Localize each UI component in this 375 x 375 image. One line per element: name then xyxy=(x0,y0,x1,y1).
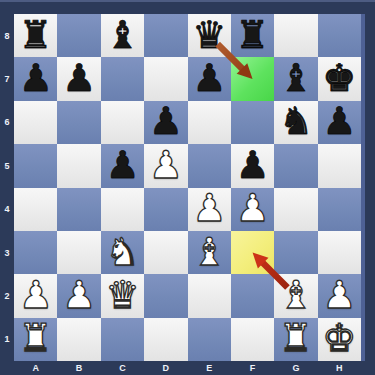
square-f2[interactable] xyxy=(231,274,274,317)
piece-white-pawn[interactable]: ♟ xyxy=(322,276,356,314)
square-f8[interactable]: ♜ xyxy=(231,14,274,57)
square-c1[interactable] xyxy=(101,318,144,361)
piece-white-queen[interactable]: ♛ xyxy=(105,276,139,314)
square-g3[interactable] xyxy=(274,231,317,274)
square-e6[interactable] xyxy=(188,101,231,144)
rank-label-6: 6 xyxy=(0,101,14,144)
square-f4[interactable]: ♟ xyxy=(231,188,274,231)
square-h3[interactable] xyxy=(318,231,361,274)
piece-white-pawn[interactable]: ♟ xyxy=(19,276,53,314)
square-e7[interactable]: ♟ xyxy=(188,57,231,100)
square-e1[interactable] xyxy=(188,318,231,361)
piece-white-knight[interactable]: ♞ xyxy=(105,233,139,271)
square-c2[interactable]: ♛ xyxy=(101,274,144,317)
square-c4[interactable] xyxy=(101,188,144,231)
piece-black-pawn[interactable]: ♟ xyxy=(149,102,183,140)
square-d4[interactable] xyxy=(144,188,187,231)
rank-label-5: 5 xyxy=(0,144,14,187)
square-c7[interactable] xyxy=(101,57,144,100)
square-h8[interactable] xyxy=(318,14,361,57)
square-a8[interactable]: ♜ xyxy=(14,14,57,57)
piece-black-king[interactable]: ♚ xyxy=(322,59,356,97)
file-label-e: E xyxy=(188,361,231,375)
frame-right-bevel xyxy=(361,14,365,361)
square-d2[interactable] xyxy=(144,274,187,317)
square-a4[interactable] xyxy=(14,188,57,231)
square-e5[interactable] xyxy=(188,144,231,187)
rank-label-2: 2 xyxy=(0,274,14,317)
square-e4[interactable]: ♟ xyxy=(188,188,231,231)
file-label-h: H xyxy=(318,361,361,375)
square-h5[interactable] xyxy=(318,144,361,187)
piece-white-pawn[interactable]: ♟ xyxy=(236,189,270,227)
piece-white-pawn[interactable]: ♟ xyxy=(192,189,226,227)
square-e8[interactable]: ♛ xyxy=(188,14,231,57)
square-g4[interactable] xyxy=(274,188,317,231)
square-g7[interactable]: ♝ xyxy=(274,57,317,100)
square-b2[interactable]: ♟ xyxy=(57,274,100,317)
square-g5[interactable] xyxy=(274,144,317,187)
square-c6[interactable] xyxy=(101,101,144,144)
square-b6[interactable] xyxy=(57,101,100,144)
square-a1[interactable]: ♜ xyxy=(14,318,57,361)
piece-black-pawn[interactable]: ♟ xyxy=(236,146,270,184)
square-b8[interactable] xyxy=(57,14,100,57)
square-a2[interactable]: ♟ xyxy=(14,274,57,317)
square-h1[interactable]: ♚ xyxy=(318,318,361,361)
piece-white-pawn[interactable]: ♟ xyxy=(149,146,183,184)
square-c8[interactable]: ♝ xyxy=(101,14,144,57)
piece-white-rook[interactable]: ♜ xyxy=(19,319,53,357)
square-c5[interactable]: ♟ xyxy=(101,144,144,187)
square-d3[interactable] xyxy=(144,231,187,274)
square-d6[interactable]: ♟ xyxy=(144,101,187,144)
piece-black-pawn[interactable]: ♟ xyxy=(105,146,139,184)
square-e2[interactable] xyxy=(188,274,231,317)
piece-black-pawn[interactable]: ♟ xyxy=(192,59,226,97)
square-h2[interactable]: ♟ xyxy=(318,274,361,317)
file-label-d: D xyxy=(144,361,187,375)
square-d7[interactable] xyxy=(144,57,187,100)
square-b5[interactable] xyxy=(57,144,100,187)
square-g8[interactable] xyxy=(274,14,317,57)
square-a7[interactable]: ♟ xyxy=(14,57,57,100)
rank-label-8: 8 xyxy=(0,14,14,57)
file-label-c: C xyxy=(101,361,144,375)
square-f7[interactable] xyxy=(231,57,274,100)
piece-black-queen[interactable]: ♛ xyxy=(192,16,226,54)
piece-black-pawn[interactable]: ♟ xyxy=(62,59,96,97)
piece-black-rook[interactable]: ♜ xyxy=(19,16,53,54)
piece-white-pawn[interactable]: ♟ xyxy=(62,276,96,314)
rank-label-7: 7 xyxy=(0,57,14,100)
square-b3[interactable] xyxy=(57,231,100,274)
square-h7[interactable]: ♚ xyxy=(318,57,361,100)
square-b4[interactable] xyxy=(57,188,100,231)
square-a3[interactable] xyxy=(14,231,57,274)
square-a5[interactable] xyxy=(14,144,57,187)
square-h4[interactable] xyxy=(318,188,361,231)
rank-labels: 87654321 xyxy=(0,14,14,361)
square-e3[interactable]: ♝ xyxy=(188,231,231,274)
square-d8[interactable] xyxy=(144,14,187,57)
piece-black-rook[interactable]: ♜ xyxy=(236,16,270,54)
file-labels: ABCDEFGH xyxy=(14,361,361,375)
rank-label-3: 3 xyxy=(0,231,14,274)
square-f5[interactable]: ♟ xyxy=(231,144,274,187)
square-f6[interactable] xyxy=(231,101,274,144)
chess-analysis-screenshot: ♜♝♛♜♟♟♟♝♚♟♞♟♟♟♟♟♟♞♝♟♟♛♝♟♜♜♚ 87654321 ABC… xyxy=(0,0,375,375)
square-f3[interactable] xyxy=(231,231,274,274)
square-d5[interactable]: ♟ xyxy=(144,144,187,187)
piece-white-king[interactable]: ♚ xyxy=(322,319,356,357)
square-g2[interactable]: ♝ xyxy=(274,274,317,317)
square-h6[interactable]: ♟ xyxy=(318,101,361,144)
frame-top-highlight-line xyxy=(0,0,375,2)
square-d1[interactable] xyxy=(144,318,187,361)
file-label-b: B xyxy=(57,361,100,375)
piece-white-rook[interactable]: ♜ xyxy=(279,319,313,357)
rank-label-1: 1 xyxy=(0,318,14,361)
piece-black-bishop[interactable]: ♝ xyxy=(105,16,139,54)
square-c3[interactable]: ♞ xyxy=(101,231,144,274)
square-b1[interactable] xyxy=(57,318,100,361)
piece-black-pawn[interactable]: ♟ xyxy=(322,102,356,140)
chess-board: ♜♝♛♜♟♟♟♝♚♟♞♟♟♟♟♟♟♞♝♟♟♛♝♟♜♜♚ xyxy=(14,14,361,361)
piece-black-pawn[interactable]: ♟ xyxy=(19,59,53,97)
file-label-g: G xyxy=(274,361,317,375)
square-f1[interactable] xyxy=(231,318,274,361)
square-b7[interactable]: ♟ xyxy=(57,57,100,100)
square-g6[interactable]: ♞ xyxy=(274,101,317,144)
square-g1[interactable]: ♜ xyxy=(274,318,317,361)
rank-label-4: 4 xyxy=(0,188,14,231)
piece-black-bishop[interactable]: ♝ xyxy=(279,59,313,97)
piece-white-bishop[interactable]: ♝ xyxy=(192,233,226,271)
file-label-f: F xyxy=(231,361,274,375)
square-a6[interactable] xyxy=(14,101,57,144)
piece-black-knight[interactable]: ♞ xyxy=(279,102,313,140)
piece-white-bishop[interactable]: ♝ xyxy=(279,276,313,314)
file-label-a: A xyxy=(14,361,57,375)
